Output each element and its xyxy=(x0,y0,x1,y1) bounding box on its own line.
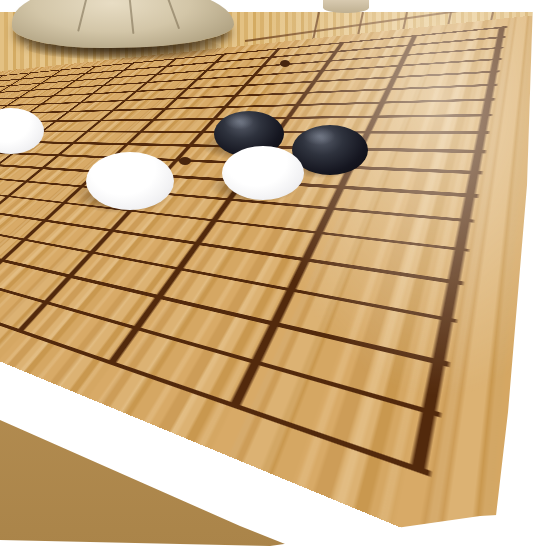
bag-fold xyxy=(77,0,89,32)
bag-scrap xyxy=(323,0,369,13)
bag-fold xyxy=(128,0,135,34)
star-point-Q10 xyxy=(179,157,191,165)
star-point-Q16 xyxy=(280,60,290,67)
bag-fold xyxy=(166,0,180,29)
go-board-photo xyxy=(0,0,550,550)
go-stone-white-R9[interactable] xyxy=(222,146,304,200)
go-board[interactable] xyxy=(0,10,550,550)
go-stone-white-P9[interactable] xyxy=(86,152,174,210)
